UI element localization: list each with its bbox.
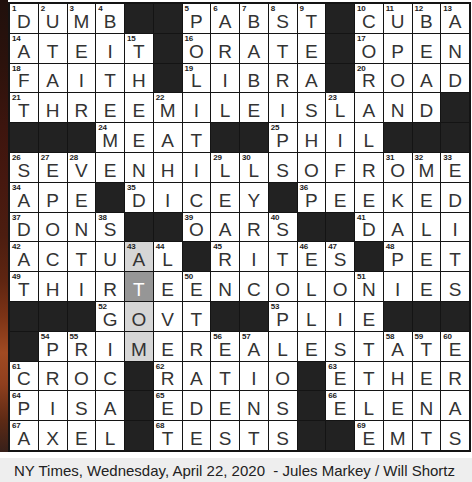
cell-r9c10[interactable]: T: [269, 242, 297, 271]
cell-letter: A: [154, 123, 182, 152]
cell-r4c4[interactable]: E: [96, 93, 124, 122]
cell-r12c4[interactable]: I: [96, 332, 124, 361]
cell-r9c11[interactable]: 46E: [298, 242, 326, 271]
cell-r2c3[interactable]: E: [68, 34, 96, 63]
cell-r12c8[interactable]: 56E: [211, 332, 239, 361]
cell-r7c11[interactable]: 36P: [298, 183, 326, 212]
cell-r6c12[interactable]: F: [326, 153, 354, 182]
cell-letter: U: [384, 4, 412, 33]
cell-r6c14[interactable]: 31O: [384, 153, 412, 182]
black-cell-r3c6: [154, 64, 182, 93]
cell-r12c16[interactable]: 60E: [441, 332, 469, 361]
cell-r15c1[interactable]: 67A: [10, 421, 38, 450]
cell-r6c6[interactable]: H: [154, 153, 182, 182]
cell-r12c9[interactable]: 57A: [240, 332, 268, 361]
cell-r8c16[interactable]: I: [441, 213, 469, 242]
cell-r12c6[interactable]: E: [154, 332, 182, 361]
cell-r4c10[interactable]: I: [269, 93, 297, 122]
cell-r14c4[interactable]: A: [96, 391, 124, 420]
cell-r14c12[interactable]: 66E: [326, 391, 354, 420]
cell-letter: O: [183, 213, 211, 242]
cell-letter: M: [413, 153, 441, 182]
cell-r10c14[interactable]: I: [384, 272, 412, 301]
cell-r4c2[interactable]: H: [39, 93, 67, 122]
cell-r2c14[interactable]: P: [384, 34, 412, 63]
cell-r14c3[interactable]: S: [68, 391, 96, 420]
cell-r1c7[interactable]: 5P: [183, 4, 211, 33]
cell-r6c16[interactable]: 33E: [441, 153, 469, 182]
cell-r13c10[interactable]: O: [269, 362, 297, 391]
black-cell-r15c5: [125, 421, 153, 450]
cell-r4c8[interactable]: L: [211, 93, 239, 122]
black-cell-r12c1: [10, 332, 38, 361]
cell-r2c8[interactable]: R: [211, 34, 239, 63]
cell-letter: H: [125, 64, 153, 93]
cell-letter: O: [39, 213, 67, 242]
cell-r14c7[interactable]: D: [183, 391, 211, 420]
cell-r2c5[interactable]: 15T: [125, 34, 153, 63]
cell-r4c15[interactable]: D: [413, 93, 441, 122]
cell-r10c3[interactable]: I: [68, 272, 96, 301]
cell-r6c4[interactable]: E: [96, 153, 124, 182]
cell-letter: R: [68, 332, 96, 361]
cell-r14c16[interactable]: A: [441, 391, 469, 420]
cell-r6c5[interactable]: N: [125, 153, 153, 182]
cell-r12c15[interactable]: 59T: [413, 332, 441, 361]
cell-r11c13[interactable]: E: [355, 302, 383, 331]
cell-letter: S: [211, 421, 239, 450]
cell-letter: E: [240, 93, 268, 122]
cell-r2c2[interactable]: T: [39, 34, 67, 63]
cell-r2c13[interactable]: 17O: [355, 34, 383, 63]
black-cell-r11c9: [240, 302, 268, 331]
cell-letter: A: [413, 64, 441, 93]
cell-letter: A: [298, 64, 326, 93]
cell-r15c13[interactable]: 69E: [355, 421, 383, 450]
black-cell-r1c12: [326, 4, 354, 33]
cell-r15c14[interactable]: M: [384, 421, 412, 450]
cell-r7c6[interactable]: I: [154, 183, 182, 212]
cell-r5c13[interactable]: L: [355, 123, 383, 152]
cell-letter: E: [154, 272, 182, 301]
cell-r3c5[interactable]: H: [125, 64, 153, 93]
cell-letter: T: [10, 272, 38, 301]
cell-r13c6[interactable]: 62R: [154, 362, 182, 391]
cell-letter: O: [269, 362, 297, 391]
cell-letter: C: [183, 183, 211, 212]
cell-r8c15[interactable]: L: [413, 213, 441, 242]
cell-r13c15[interactable]: E: [413, 362, 441, 391]
cell-letter: E: [125, 93, 153, 122]
cell-r6c11[interactable]: O: [298, 153, 326, 182]
cell-r3c14[interactable]: O: [384, 64, 412, 93]
cell-letter: D: [355, 213, 383, 242]
cell-r14c1[interactable]: 64P: [10, 391, 38, 420]
cell-r14c13[interactable]: L: [355, 391, 383, 420]
cell-letter: T: [240, 421, 268, 450]
cell-letter: I: [96, 34, 124, 63]
cell-letter: O: [326, 272, 354, 301]
cell-r14c9[interactable]: N: [240, 391, 268, 420]
cell-r14c14[interactable]: E: [384, 391, 412, 420]
cell-r9c8[interactable]: 45R: [211, 242, 239, 271]
cell-r7c9[interactable]: Y: [240, 183, 268, 212]
cell-letter: H: [154, 153, 182, 182]
cell-r15c16[interactable]: S: [441, 421, 469, 450]
cell-r13c14[interactable]: H: [384, 362, 412, 391]
cell-r8c4[interactable]: 38S: [96, 213, 124, 242]
cell-r8c1[interactable]: 37D: [10, 213, 38, 242]
cell-r11c12[interactable]: I: [326, 302, 354, 331]
cell-r15c6[interactable]: 68T: [154, 421, 182, 450]
black-cell-r3c12: [326, 64, 354, 93]
cell-r3c16[interactable]: D: [441, 64, 469, 93]
cell-letter: N: [68, 213, 96, 242]
cell-letter: E: [96, 153, 124, 182]
cell-letter: E: [413, 242, 441, 271]
cell-letter: L: [413, 213, 441, 242]
cell-letter: E: [384, 391, 412, 420]
cell-r8c10[interactable]: 40S: [269, 213, 297, 242]
cell-letter: E: [326, 183, 354, 212]
cell-letter: E: [211, 332, 239, 361]
cell-r15c15[interactable]: T: [413, 421, 441, 450]
cell-letter: S: [326, 332, 354, 361]
cell-letter: P: [183, 4, 211, 33]
cell-r4c5[interactable]: E: [125, 93, 153, 122]
cell-letter: S: [269, 391, 297, 420]
cell-r9c14[interactable]: 48P: [384, 242, 412, 271]
cell-r4c6[interactable]: 22M: [154, 93, 182, 122]
cell-letter: A: [384, 332, 412, 361]
cell-letter: C: [10, 362, 38, 391]
cell-r14c8[interactable]: E: [211, 391, 239, 420]
cell-letter: E: [183, 272, 211, 301]
cell-r3c9[interactable]: B: [240, 64, 268, 93]
cell-r1c9[interactable]: 7B: [240, 4, 268, 33]
cell-letter: L: [211, 93, 239, 122]
cell-r10c13[interactable]: 51N: [355, 272, 383, 301]
cell-r5c6[interactable]: A: [154, 123, 182, 152]
cell-r9c6[interactable]: 44L: [154, 242, 182, 271]
cell-r2c11[interactable]: E: [298, 34, 326, 63]
cell-r7c15[interactable]: E: [413, 183, 441, 212]
cell-r4c13[interactable]: A: [355, 93, 383, 122]
cell-letter: I: [154, 183, 182, 212]
cell-r12c13[interactable]: T: [355, 332, 383, 361]
cell-r7c14[interactable]: K: [384, 183, 412, 212]
cell-letter: A: [441, 391, 469, 420]
cell-r5c12[interactable]: I: [326, 123, 354, 152]
cell-r5c4[interactable]: 24M: [96, 123, 124, 152]
cell-r6c13[interactable]: R: [355, 153, 383, 182]
cell-r6c2[interactable]: 27E: [39, 153, 67, 182]
cell-r2c15[interactable]: E: [413, 34, 441, 63]
cell-letter: I: [326, 123, 354, 152]
cell-r3c2[interactable]: A: [39, 64, 67, 93]
cell-letter: E: [355, 183, 383, 212]
cell-r7c16[interactable]: D: [441, 183, 469, 212]
cell-letter: E: [96, 93, 124, 122]
cell-letter: M: [96, 123, 124, 152]
cell-r4c7[interactable]: I: [183, 93, 211, 122]
cell-letter: E: [154, 332, 182, 361]
cell-r12c12[interactable]: S: [326, 332, 354, 361]
cell-r7c2[interactable]: P: [39, 183, 67, 212]
cell-r9c1[interactable]: 42A: [10, 242, 38, 271]
cell-letter: L: [154, 242, 182, 271]
cell-r2c7[interactable]: 16O: [183, 34, 211, 63]
cell-r14c6[interactable]: 65E: [154, 391, 182, 420]
cell-r13c8[interactable]: T: [211, 362, 239, 391]
cell-r15c7[interactable]: E: [183, 421, 211, 450]
cell-r8c7[interactable]: 39O: [183, 213, 211, 242]
cell-r10c10[interactable]: O: [269, 272, 297, 301]
cell-r10c2[interactable]: H: [39, 272, 67, 301]
cell-r12c2[interactable]: 54P: [39, 332, 67, 361]
cell-r5c5[interactable]: E: [125, 123, 153, 152]
cell-r3c10[interactable]: R: [269, 64, 297, 93]
cell-letter: E: [125, 123, 153, 152]
cell-r13c4[interactable]: C: [96, 362, 124, 391]
cell-letter: B: [240, 4, 268, 33]
cell-letter: T: [355, 362, 383, 391]
cell-r7c12[interactable]: E: [326, 183, 354, 212]
cell-r10c15[interactable]: E: [413, 272, 441, 301]
cell-r7c5[interactable]: 35D: [125, 183, 153, 212]
cell-r5c7[interactable]: T: [183, 123, 211, 152]
cell-r9c9[interactable]: I: [240, 242, 268, 271]
cell-r1c4[interactable]: 4B: [96, 4, 124, 33]
cell-r13c16[interactable]: R: [441, 362, 469, 391]
cell-r13c7[interactable]: A: [183, 362, 211, 391]
cell-letter: C: [355, 4, 383, 33]
cell-r6c9[interactable]: 30L: [240, 153, 268, 182]
cell-r9c12[interactable]: 47S: [326, 242, 354, 271]
cell-r13c1[interactable]: 61C: [10, 362, 38, 391]
cell-letter: X: [39, 421, 67, 450]
cell-r3c11[interactable]: A: [298, 64, 326, 93]
cell-letter: R: [355, 64, 383, 93]
cell-r1c10[interactable]: 8S: [269, 4, 297, 33]
cell-letter: I: [240, 362, 268, 391]
cell-letter: M: [384, 421, 412, 450]
cell-r4c9[interactable]: E: [240, 93, 268, 122]
cell-r12c7[interactable]: R: [183, 332, 211, 361]
cell-r12c5[interactable]: M: [125, 332, 153, 361]
cell-r3c13[interactable]: 20R: [355, 64, 383, 93]
cell-r2c4[interactable]: I: [96, 34, 124, 63]
cell-r15c10[interactable]: S: [269, 421, 297, 450]
black-cell-r14c11: [298, 391, 326, 420]
cell-r13c13[interactable]: T: [355, 362, 383, 391]
cell-r11c6[interactable]: V: [154, 302, 182, 331]
cell-r5c10[interactable]: 25P: [269, 123, 297, 152]
cell-letter: L: [183, 64, 211, 93]
cell-r14c10[interactable]: S: [269, 391, 297, 420]
puzzle-caption: NY Times, Wednesday, April 22, 2020 - Ju…: [14, 462, 455, 479]
cell-r15c9[interactable]: T: [240, 421, 268, 450]
cell-letter: E: [355, 421, 383, 450]
cell-r7c7[interactable]: C: [183, 183, 211, 212]
cell-r8c3[interactable]: N: [68, 213, 96, 242]
cell-r10c12[interactable]: O: [326, 272, 354, 301]
cell-r1c15[interactable]: 12B: [413, 4, 441, 33]
cell-r7c13[interactable]: E: [355, 183, 383, 212]
cell-r8c2[interactable]: O: [39, 213, 67, 242]
cell-letter: E: [326, 362, 354, 391]
cell-r2c10[interactable]: T: [269, 34, 297, 63]
cell-r1c11[interactable]: 9T: [298, 4, 326, 33]
cell-r15c8[interactable]: S: [211, 421, 239, 450]
cell-r6c1[interactable]: 26S: [10, 153, 38, 182]
black-cell-r4c16: [441, 93, 469, 122]
cell-letter: D: [413, 93, 441, 122]
cell-letter: O: [298, 153, 326, 182]
cell-r9c4[interactable]: U: [96, 242, 124, 271]
cell-letter: I: [96, 332, 124, 361]
cell-r13c12[interactable]: 63E: [326, 362, 354, 391]
cell-r7c1[interactable]: 34A: [10, 183, 38, 212]
cell-r14c15[interactable]: N: [413, 391, 441, 420]
black-cell-r7c4: [96, 183, 124, 212]
cell-r9c2[interactable]: C: [39, 242, 67, 271]
cell-r10c4[interactable]: R: [96, 272, 124, 301]
cell-r8c14[interactable]: A: [384, 213, 412, 242]
cell-r10c5[interactable]: T: [125, 272, 153, 301]
cell-letter: A: [211, 4, 239, 33]
cell-r15c3[interactable]: E: [68, 421, 96, 450]
cell-letter: T: [441, 242, 469, 271]
cell-r4c11[interactable]: S: [298, 93, 326, 122]
cell-r15c4[interactable]: L: [96, 421, 124, 450]
cell-r1c16[interactable]: 13A: [441, 4, 469, 33]
crossword-board: 1D2U3M4B5P6A7B8S9T10C11U12B13A14ATEI15T1…: [8, 2, 471, 452]
cell-letter: D: [10, 4, 38, 33]
cell-letter: A: [39, 64, 67, 93]
crossword-page: 1D2U3M4B5P6A7B8S9T10C11U12B13A14ATEI15T1…: [0, 0, 472, 482]
cell-letter: R: [269, 64, 297, 93]
cell-letter: U: [96, 242, 124, 271]
cell-r11c7[interactable]: T: [183, 302, 211, 331]
cell-r1c1[interactable]: 1D: [10, 4, 38, 33]
cell-letter: S: [441, 421, 469, 450]
cell-r3c8[interactable]: I: [211, 64, 239, 93]
cell-r1c14[interactable]: 11U: [384, 4, 412, 33]
cell-letter: L: [269, 332, 297, 361]
cell-r12c10[interactable]: L: [269, 332, 297, 361]
cell-r9c16[interactable]: T: [441, 242, 469, 271]
cell-r10c6[interactable]: E: [154, 272, 182, 301]
cell-letter: C: [96, 362, 124, 391]
cell-r10c9[interactable]: C: [240, 272, 268, 301]
cell-letter: P: [384, 34, 412, 63]
cell-r11c4[interactable]: 52G: [96, 302, 124, 331]
cell-r14c2[interactable]: I: [39, 391, 67, 420]
cell-r4c14[interactable]: N: [384, 93, 412, 122]
cell-r12c11[interactable]: E: [298, 332, 326, 361]
cell-r6c3[interactable]: 28V: [68, 153, 96, 182]
cell-r11c5[interactable]: O: [125, 302, 153, 331]
cell-r9c15[interactable]: E: [413, 242, 441, 271]
cell-r12c3[interactable]: 55R: [68, 332, 96, 361]
cell-r3c15[interactable]: A: [413, 64, 441, 93]
cell-letter: C: [39, 242, 67, 271]
cell-r8c9[interactable]: R: [240, 213, 268, 242]
cell-r1c3[interactable]: 3M: [68, 4, 96, 33]
black-cell-r11c1: [10, 302, 38, 331]
cell-r10c16[interactable]: S: [441, 272, 469, 301]
cell-r4c12[interactable]: 23L: [326, 93, 354, 122]
cell-letter: P: [298, 183, 326, 212]
cell-r13c2[interactable]: R: [39, 362, 67, 391]
cell-r1c13[interactable]: 10C: [355, 4, 383, 33]
cell-r10c7[interactable]: 50E: [183, 272, 211, 301]
cell-letter: E: [39, 153, 67, 182]
cell-r8c13[interactable]: 41D: [355, 213, 383, 242]
cell-r8c8[interactable]: A: [211, 213, 239, 242]
cell-letter: O: [125, 302, 153, 331]
cell-letter: E: [298, 332, 326, 361]
cell-r1c8[interactable]: 6A: [211, 4, 239, 33]
cell-letter: A: [240, 332, 268, 361]
cell-r10c11[interactable]: L: [298, 272, 326, 301]
cell-letter: L: [355, 391, 383, 420]
cell-r3c1[interactable]: 18F: [10, 64, 38, 93]
cell-r5c11[interactable]: H: [298, 123, 326, 152]
cell-r2c9[interactable]: A: [240, 34, 268, 63]
cell-r1c2[interactable]: 2U: [39, 4, 67, 33]
cell-r7c3[interactable]: E: [68, 183, 96, 212]
cell-r2c1[interactable]: 14A: [10, 34, 38, 63]
cell-letter: P: [269, 302, 297, 331]
cell-letter: D: [125, 183, 153, 212]
cell-r10c8[interactable]: N: [211, 272, 239, 301]
cell-r9c5[interactable]: 43A: [125, 242, 153, 271]
cell-r10c1[interactable]: 49T: [10, 272, 38, 301]
cell-r11c10[interactable]: 53P: [269, 302, 297, 331]
cell-r13c9[interactable]: I: [240, 362, 268, 391]
cell-letter: A: [183, 362, 211, 391]
black-cell-r15c11: [298, 421, 326, 450]
cell-r13c3[interactable]: O: [68, 362, 96, 391]
cell-r6c7[interactable]: I: [183, 153, 211, 182]
cell-r4c3[interactable]: R: [68, 93, 96, 122]
cell-r2c16[interactable]: N: [441, 34, 469, 63]
cell-letter: A: [10, 34, 38, 63]
cell-r7c8[interactable]: E: [211, 183, 239, 212]
black-cell-r15c12: [326, 421, 354, 450]
cell-letter: D: [441, 183, 469, 212]
cell-r3c3[interactable]: I: [68, 64, 96, 93]
cell-letter: A: [10, 242, 38, 271]
cell-letter: O: [355, 34, 383, 63]
cell-r6c10[interactable]: S: [269, 153, 297, 182]
cell-r3c7[interactable]: 19L: [183, 64, 211, 93]
cell-r12c14[interactable]: 58A: [384, 332, 412, 361]
cell-r4c1[interactable]: 21T: [10, 93, 38, 122]
cell-letter: S: [269, 213, 297, 242]
cell-letter: H: [384, 362, 412, 391]
cell-r6c8[interactable]: 29L: [211, 153, 239, 182]
cell-r9c3[interactable]: T: [68, 242, 96, 271]
cell-r3c4[interactable]: T: [96, 64, 124, 93]
cell-letter: E: [355, 302, 383, 331]
cell-r11c11[interactable]: L: [298, 302, 326, 331]
cell-r15c2[interactable]: X: [39, 421, 67, 450]
cell-r6c15[interactable]: 32M: [413, 153, 441, 182]
cell-letter: I: [441, 213, 469, 242]
